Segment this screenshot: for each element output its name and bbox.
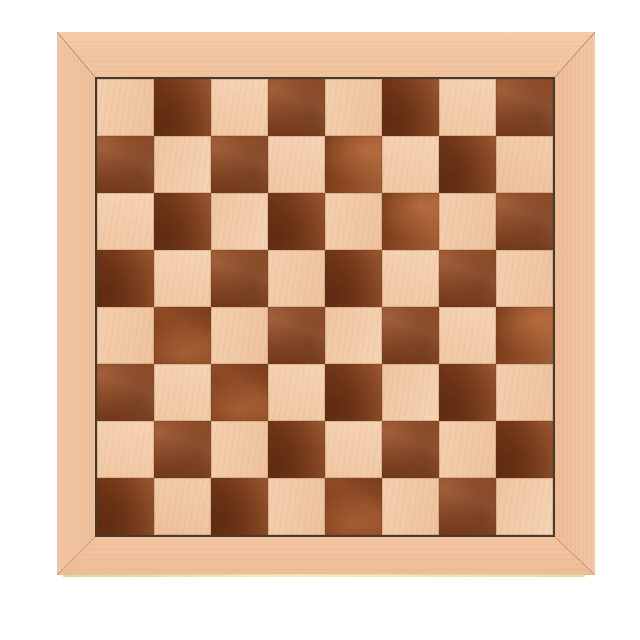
square-e5 <box>325 250 382 307</box>
square-f6 <box>382 193 439 250</box>
square-d5 <box>268 250 325 307</box>
square-b1 <box>154 478 211 535</box>
square-c1 <box>211 478 268 535</box>
board-bottom-edge-highlight <box>63 574 585 577</box>
square-c3 <box>211 364 268 421</box>
square-a2 <box>97 421 154 478</box>
board-frame-top <box>57 32 595 77</box>
square-f4 <box>382 307 439 364</box>
square-g1 <box>439 478 496 535</box>
square-g5 <box>439 250 496 307</box>
square-e3 <box>325 364 382 421</box>
board-frame-bottom <box>57 537 595 575</box>
square-g4 <box>439 307 496 364</box>
square-a3 <box>97 364 154 421</box>
square-f7 <box>382 136 439 193</box>
square-h2 <box>496 421 553 478</box>
square-b6 <box>154 193 211 250</box>
square-f3 <box>382 364 439 421</box>
square-a7 <box>97 136 154 193</box>
square-h6 <box>496 193 553 250</box>
board-squares-grid <box>95 77 555 537</box>
chessboard-photo <box>0 0 640 640</box>
square-e8 <box>325 79 382 136</box>
square-h7 <box>496 136 553 193</box>
square-b5 <box>154 250 211 307</box>
square-e1 <box>325 478 382 535</box>
square-f1 <box>382 478 439 535</box>
square-d7 <box>268 136 325 193</box>
square-a5 <box>97 250 154 307</box>
square-d8 <box>268 79 325 136</box>
square-c2 <box>211 421 268 478</box>
square-h3 <box>496 364 553 421</box>
square-e2 <box>325 421 382 478</box>
square-b2 <box>154 421 211 478</box>
square-f2 <box>382 421 439 478</box>
square-g7 <box>439 136 496 193</box>
square-f8 <box>382 79 439 136</box>
square-c8 <box>211 79 268 136</box>
square-d1 <box>268 478 325 535</box>
square-b3 <box>154 364 211 421</box>
square-g6 <box>439 193 496 250</box>
square-e7 <box>325 136 382 193</box>
square-b7 <box>154 136 211 193</box>
square-d6 <box>268 193 325 250</box>
square-h5 <box>496 250 553 307</box>
square-b4 <box>154 307 211 364</box>
square-a1 <box>97 478 154 535</box>
square-a4 <box>97 307 154 364</box>
square-e6 <box>325 193 382 250</box>
square-b8 <box>154 79 211 136</box>
board-frame-left <box>57 32 95 575</box>
square-a8 <box>97 79 154 136</box>
square-c5 <box>211 250 268 307</box>
square-d2 <box>268 421 325 478</box>
square-c7 <box>211 136 268 193</box>
square-h4 <box>496 307 553 364</box>
square-g8 <box>439 79 496 136</box>
chessboard <box>57 32 595 575</box>
square-h8 <box>496 79 553 136</box>
square-c4 <box>211 307 268 364</box>
square-d4 <box>268 307 325 364</box>
square-e4 <box>325 307 382 364</box>
board-frame-right <box>555 32 595 575</box>
square-c6 <box>211 193 268 250</box>
square-d3 <box>268 364 325 421</box>
square-f5 <box>382 250 439 307</box>
square-g2 <box>439 421 496 478</box>
square-a6 <box>97 193 154 250</box>
square-h1 <box>496 478 553 535</box>
square-g3 <box>439 364 496 421</box>
